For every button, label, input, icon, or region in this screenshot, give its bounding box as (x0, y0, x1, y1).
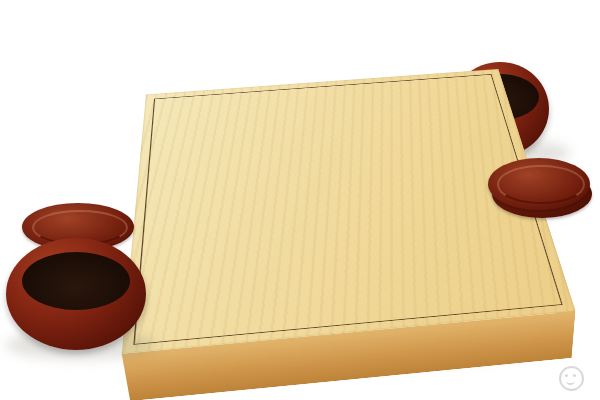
black-bowl-opening (22, 252, 130, 310)
smiley-logo-icon (559, 366, 584, 391)
photo-stage (0, 0, 600, 400)
watermark (559, 366, 590, 391)
white-bowl-lid (488, 158, 590, 210)
board-grid[interactable] (133, 74, 563, 345)
lid-rim (497, 165, 585, 203)
